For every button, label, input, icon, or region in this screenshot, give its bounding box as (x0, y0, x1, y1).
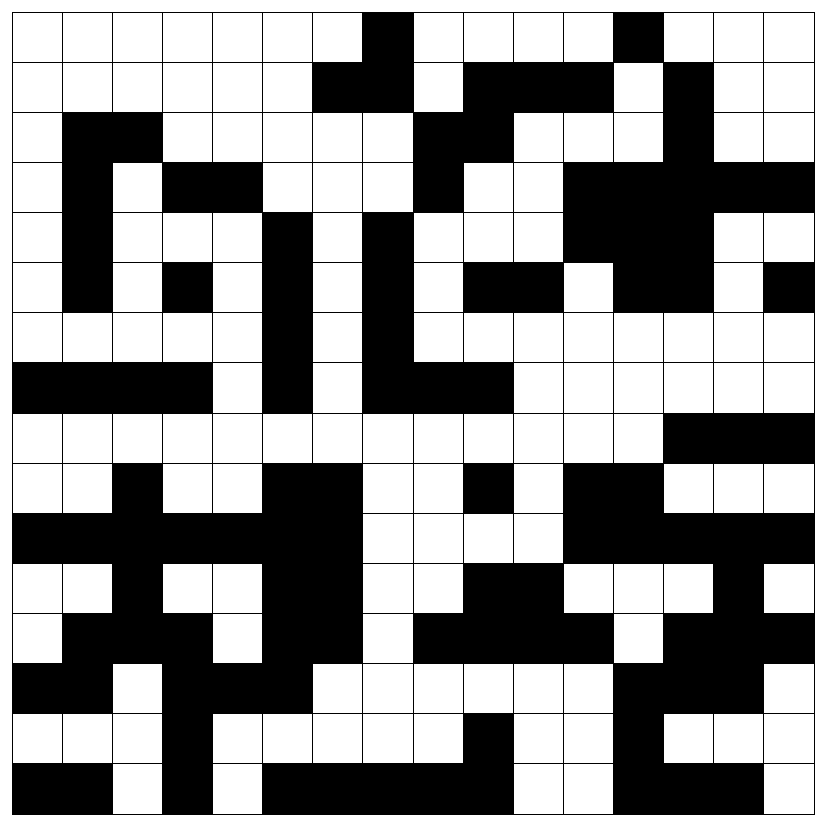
cell-r12c8-empty[interactable] (363, 564, 413, 614)
cell-r6c9-empty[interactable] (414, 263, 464, 313)
cell-r10c1-empty[interactable] (13, 464, 63, 514)
cell-r8c11-empty[interactable] (514, 363, 564, 413)
cell-r8c6-filled[interactable] (263, 363, 313, 413)
cell-r1c5-empty[interactable] (213, 13, 263, 63)
cell-r11c9-empty[interactable] (414, 514, 464, 564)
cell-r4c7-empty[interactable] (313, 163, 363, 213)
cell-r8c2-filled[interactable] (63, 363, 113, 413)
cell-r12c13-empty[interactable] (614, 564, 664, 614)
cell-r11c10-empty[interactable] (464, 514, 514, 564)
cell-r16c12-empty[interactable] (564, 764, 614, 814)
cell-r1c13-filled[interactable] (614, 13, 664, 63)
cell-r15c12-empty[interactable] (564, 714, 614, 764)
cell-r4c2-filled[interactable] (63, 163, 113, 213)
cell-r12c4-empty[interactable] (163, 564, 213, 614)
cell-r14c10-empty[interactable] (464, 664, 514, 714)
cell-r11c13-filled[interactable] (614, 514, 664, 564)
cell-r8c12-empty[interactable] (564, 363, 614, 413)
cell-r15c2-empty[interactable] (63, 714, 113, 764)
cell-r7c5-empty[interactable] (213, 313, 263, 363)
cell-r6c8-filled[interactable] (363, 263, 413, 313)
cell-r5c15-empty[interactable] (714, 213, 764, 263)
cell-r9c15-filled[interactable] (714, 414, 764, 464)
cell-r7c3-empty[interactable] (113, 313, 163, 363)
cell-r11c12-filled[interactable] (564, 514, 614, 564)
cell-r7c9-empty[interactable] (414, 313, 464, 363)
cell-r8c3-filled[interactable] (113, 363, 163, 413)
cell-r1c6-empty[interactable] (263, 13, 313, 63)
cell-r4c8-empty[interactable] (363, 163, 413, 213)
cell-r8c16-empty[interactable] (764, 363, 814, 413)
cell-r3c1-empty[interactable] (13, 113, 63, 163)
cell-r3c5-empty[interactable] (213, 113, 263, 163)
cell-r2c7-filled[interactable] (313, 63, 363, 113)
cell-r4c11-empty[interactable] (514, 163, 564, 213)
cell-r4c14-filled[interactable] (664, 163, 714, 213)
cell-r6c14-filled[interactable] (664, 263, 714, 313)
cell-r5c6-filled[interactable] (263, 213, 313, 263)
cell-r10c3-filled[interactable] (113, 464, 163, 514)
cell-r6c3-empty[interactable] (113, 263, 163, 313)
cell-r12c10-filled[interactable] (464, 564, 514, 614)
cell-r7c6-filled[interactable] (263, 313, 313, 363)
cell-r16c6-filled[interactable] (263, 764, 313, 814)
cell-r16c8-filled[interactable] (363, 764, 413, 814)
cell-r1c7-empty[interactable] (313, 13, 363, 63)
cell-r15c7-empty[interactable] (313, 714, 363, 764)
cell-r15c9-empty[interactable] (414, 714, 464, 764)
cell-r2c16-empty[interactable] (764, 63, 814, 113)
cell-r5c12-filled[interactable] (564, 213, 614, 263)
cell-r14c16-empty[interactable] (764, 664, 814, 714)
cell-r3c10-filled[interactable] (464, 113, 514, 163)
cell-r1c15-empty[interactable] (714, 13, 764, 63)
cell-r14c3-empty[interactable] (113, 664, 163, 714)
cell-r13c8-empty[interactable] (363, 614, 413, 664)
cell-r5c4-empty[interactable] (163, 213, 213, 263)
cell-r9c8-empty[interactable] (363, 414, 413, 464)
cell-r12c6-filled[interactable] (263, 564, 313, 614)
cell-r10c5-empty[interactable] (213, 464, 263, 514)
cell-r9c6-empty[interactable] (263, 414, 313, 464)
cell-r5c3-empty[interactable] (113, 213, 163, 263)
cell-r7c2-empty[interactable] (63, 313, 113, 363)
cell-r14c4-filled[interactable] (163, 664, 213, 714)
cell-r16c3-empty[interactable] (113, 764, 163, 814)
cell-r14c6-filled[interactable] (263, 664, 313, 714)
cell-r9c4-empty[interactable] (163, 414, 213, 464)
cell-r5c7-empty[interactable] (313, 213, 363, 263)
cell-r2c11-filled[interactable] (514, 63, 564, 113)
cell-r14c13-filled[interactable] (614, 664, 664, 714)
cell-r15c4-filled[interactable] (163, 714, 213, 764)
cell-r6c12-empty[interactable] (564, 263, 614, 313)
cell-r11c5-filled[interactable] (213, 514, 263, 564)
cell-r15c15-empty[interactable] (714, 714, 764, 764)
cell-r12c2-empty[interactable] (63, 564, 113, 614)
cell-r2c13-empty[interactable] (614, 63, 664, 113)
cell-r15c3-empty[interactable] (113, 714, 163, 764)
cell-r2c5-empty[interactable] (213, 63, 263, 113)
cell-r16c15-filled[interactable] (714, 764, 764, 814)
cell-r2c10-filled[interactable] (464, 63, 514, 113)
cell-r9c3-empty[interactable] (113, 414, 163, 464)
cell-r8c8-filled[interactable] (363, 363, 413, 413)
cell-r15c16-empty[interactable] (764, 714, 814, 764)
cell-r14c1-filled[interactable] (13, 664, 63, 714)
cell-r5c8-filled[interactable] (363, 213, 413, 263)
cell-r3c6-empty[interactable] (263, 113, 313, 163)
cell-r5c2-filled[interactable] (63, 213, 113, 263)
cell-r6c6-filled[interactable] (263, 263, 313, 313)
cell-r5c11-empty[interactable] (514, 213, 564, 263)
cell-r13c10-filled[interactable] (464, 614, 514, 664)
cell-r10c10-filled[interactable] (464, 464, 514, 514)
cell-r4c10-empty[interactable] (464, 163, 514, 213)
cell-r4c4-filled[interactable] (163, 163, 213, 213)
cell-r10c7-filled[interactable] (313, 464, 363, 514)
cell-r11c6-filled[interactable] (263, 514, 313, 564)
cell-r1c1-empty[interactable] (13, 13, 63, 63)
cell-r13c2-filled[interactable] (63, 614, 113, 664)
cell-r16c11-empty[interactable] (514, 764, 564, 814)
cell-r13c14-filled[interactable] (664, 614, 714, 664)
cell-r2c9-empty[interactable] (414, 63, 464, 113)
cell-r4c13-filled[interactable] (614, 163, 664, 213)
cell-r9c9-empty[interactable] (414, 414, 464, 464)
cell-r1c2-empty[interactable] (63, 13, 113, 63)
cell-r13c6-filled[interactable] (263, 614, 313, 664)
cell-r2c2-empty[interactable] (63, 63, 113, 113)
cell-r13c12-filled[interactable] (564, 614, 614, 664)
cell-r9c12-empty[interactable] (564, 414, 614, 464)
puzzle-grid (12, 12, 815, 815)
cell-r15c14-empty[interactable] (664, 714, 714, 764)
cell-r16c4-filled[interactable] (163, 764, 213, 814)
cell-r1c10-empty[interactable] (464, 13, 514, 63)
cell-r8c4-filled[interactable] (163, 363, 213, 413)
cell-r4c15-filled[interactable] (714, 163, 764, 213)
cell-r12c15-filled[interactable] (714, 564, 764, 614)
cell-r16c1-filled[interactable] (13, 764, 63, 814)
cell-r3c9-filled[interactable] (414, 113, 464, 163)
cell-r9c2-empty[interactable] (63, 414, 113, 464)
cell-r6c7-empty[interactable] (313, 263, 363, 313)
cell-r8c5-empty[interactable] (213, 363, 263, 413)
cell-r9c5-empty[interactable] (213, 414, 263, 464)
cell-r7c14-empty[interactable] (664, 313, 714, 363)
cell-r4c1-empty[interactable] (13, 163, 63, 213)
cell-r12c7-filled[interactable] (313, 564, 363, 614)
cell-r8c13-empty[interactable] (614, 363, 664, 413)
cell-r9c1-empty[interactable] (13, 414, 63, 464)
cell-r11c11-empty[interactable] (514, 514, 564, 564)
cell-r10c8-empty[interactable] (363, 464, 413, 514)
cell-r14c14-filled[interactable] (664, 664, 714, 714)
cell-r4c12-filled[interactable] (564, 163, 614, 213)
cell-r2c6-empty[interactable] (263, 63, 313, 113)
cell-r9c13-empty[interactable] (614, 414, 664, 464)
cell-r6c10-filled[interactable] (464, 263, 514, 313)
cell-r7c8-filled[interactable] (363, 313, 413, 363)
cell-r10c13-filled[interactable] (614, 464, 664, 514)
cell-r10c4-empty[interactable] (163, 464, 213, 514)
cell-r8c15-empty[interactable] (714, 363, 764, 413)
cell-r15c10-filled[interactable] (464, 714, 514, 764)
cell-r13c5-empty[interactable] (213, 614, 263, 664)
cell-r3c11-empty[interactable] (514, 113, 564, 163)
cell-r7c11-empty[interactable] (514, 313, 564, 363)
cell-r8c14-empty[interactable] (664, 363, 714, 413)
cell-r4c6-empty[interactable] (263, 163, 313, 213)
cell-r5c13-filled[interactable] (614, 213, 664, 263)
cell-r7c16-empty[interactable] (764, 313, 814, 363)
cell-r16c5-empty[interactable] (213, 764, 263, 814)
cell-r9c11-empty[interactable] (514, 414, 564, 464)
cell-r15c5-empty[interactable] (213, 714, 263, 764)
cell-r13c15-filled[interactable] (714, 614, 764, 664)
cell-r11c14-filled[interactable] (664, 514, 714, 564)
cell-r16c13-filled[interactable] (614, 764, 664, 814)
cell-r5c1-empty[interactable] (13, 213, 63, 263)
cell-r5c5-empty[interactable] (213, 213, 263, 263)
cell-r5c14-filled[interactable] (664, 213, 714, 263)
cell-r6c5-empty[interactable] (213, 263, 263, 313)
cell-r3c12-empty[interactable] (564, 113, 614, 163)
cell-r7c7-empty[interactable] (313, 313, 363, 363)
cell-r10c11-empty[interactable] (514, 464, 564, 514)
cell-r14c11-empty[interactable] (514, 664, 564, 714)
cell-r12c11-filled[interactable] (514, 564, 564, 614)
cell-r10c14-empty[interactable] (664, 464, 714, 514)
cell-r12c12-empty[interactable] (564, 564, 614, 614)
cell-r11c4-filled[interactable] (163, 514, 213, 564)
cell-r14c2-filled[interactable] (63, 664, 113, 714)
cell-r4c5-filled[interactable] (213, 163, 263, 213)
cell-r15c11-empty[interactable] (514, 714, 564, 764)
cell-r7c12-empty[interactable] (564, 313, 614, 363)
cell-r11c7-filled[interactable] (313, 514, 363, 564)
cell-r7c10-empty[interactable] (464, 313, 514, 363)
cell-r1c3-empty[interactable] (113, 13, 163, 63)
cell-r4c3-empty[interactable] (113, 163, 163, 213)
cell-r10c12-filled[interactable] (564, 464, 614, 514)
cell-r8c7-empty[interactable] (313, 363, 363, 413)
cell-r7c1-empty[interactable] (13, 313, 63, 363)
cell-r8c1-filled[interactable] (13, 363, 63, 413)
cell-r12c3-filled[interactable] (113, 564, 163, 614)
cell-r14c12-empty[interactable] (564, 664, 614, 714)
cell-r9c14-filled[interactable] (664, 414, 714, 464)
cell-r9c7-empty[interactable] (313, 414, 363, 464)
cell-r1c14-empty[interactable] (664, 13, 714, 63)
cell-r5c9-empty[interactable] (414, 213, 464, 263)
cell-r14c8-empty[interactable] (363, 664, 413, 714)
cell-r16c10-filled[interactable] (464, 764, 514, 814)
cell-r15c1-empty[interactable] (13, 714, 63, 764)
cell-r10c15-empty[interactable] (714, 464, 764, 514)
cell-r3c14-filled[interactable] (664, 113, 714, 163)
cell-r2c14-filled[interactable] (664, 63, 714, 113)
cell-r8c9-filled[interactable] (414, 363, 464, 413)
cell-r9c10-empty[interactable] (464, 414, 514, 464)
cell-r13c7-filled[interactable] (313, 614, 363, 664)
cell-r5c16-empty[interactable] (764, 213, 814, 263)
cell-r13c4-filled[interactable] (163, 614, 213, 664)
cell-r4c16-filled[interactable] (764, 163, 814, 213)
cell-r10c6-filled[interactable] (263, 464, 313, 514)
cell-r6c13-filled[interactable] (614, 263, 664, 313)
cell-r3c2-filled[interactable] (63, 113, 113, 163)
cell-r2c12-filled[interactable] (564, 63, 614, 113)
cell-r10c9-empty[interactable] (414, 464, 464, 514)
cell-r13c1-empty[interactable] (13, 614, 63, 664)
cell-r13c13-empty[interactable] (614, 614, 664, 664)
cell-r4c9-filled[interactable] (414, 163, 464, 213)
cell-r15c6-empty[interactable] (263, 714, 313, 764)
cell-r14c7-empty[interactable] (313, 664, 363, 714)
cell-r5c10-empty[interactable] (464, 213, 514, 263)
cell-r3c13-empty[interactable] (614, 113, 664, 163)
cell-r14c5-filled[interactable] (213, 664, 263, 714)
cell-r3c16-empty[interactable] (764, 113, 814, 163)
cell-r12c14-empty[interactable] (664, 564, 714, 614)
cell-r11c2-filled[interactable] (63, 514, 113, 564)
cell-r11c1-filled[interactable] (13, 514, 63, 564)
cell-r6c4-filled[interactable] (163, 263, 213, 313)
cell-r16c2-filled[interactable] (63, 764, 113, 814)
cell-r11c8-empty[interactable] (363, 514, 413, 564)
cell-r16c7-filled[interactable] (313, 764, 363, 814)
cell-r13c11-filled[interactable] (514, 614, 564, 664)
cell-r6c11-filled[interactable] (514, 263, 564, 313)
cell-r12c9-empty[interactable] (414, 564, 464, 614)
puzzle-canvas (0, 0, 827, 827)
cell-r12c16-empty[interactable] (764, 564, 814, 614)
cell-r12c5-empty[interactable] (213, 564, 263, 614)
cell-r7c4-empty[interactable] (163, 313, 213, 363)
cell-r3c8-empty[interactable] (363, 113, 413, 163)
cell-r1c9-empty[interactable] (414, 13, 464, 63)
cell-r12c1-empty[interactable] (13, 564, 63, 614)
cell-r15c13-filled[interactable] (614, 714, 664, 764)
cell-r6c2-filled[interactable] (63, 263, 113, 313)
cell-r3c15-empty[interactable] (714, 113, 764, 163)
cell-r1c16-empty[interactable] (764, 13, 814, 63)
cell-r9c16-filled[interactable] (764, 414, 814, 464)
cell-r1c11-empty[interactable] (514, 13, 564, 63)
cell-r7c15-empty[interactable] (714, 313, 764, 363)
cell-r13c3-filled[interactable] (113, 614, 163, 664)
cell-r16c16-empty[interactable] (764, 764, 814, 814)
cell-r7c13-empty[interactable] (614, 313, 664, 363)
cell-r1c12-empty[interactable] (564, 13, 614, 63)
cell-r16c9-filled[interactable] (414, 764, 464, 814)
cell-r2c1-empty[interactable] (13, 63, 63, 113)
cell-r6c1-empty[interactable] (13, 263, 63, 313)
cell-r2c15-empty[interactable] (714, 63, 764, 113)
cell-r3c4-empty[interactable] (163, 113, 213, 163)
cell-r2c8-filled[interactable] (363, 63, 413, 113)
cell-r11c16-filled[interactable] (764, 514, 814, 564)
cell-r13c9-filled[interactable] (414, 614, 464, 664)
cell-r15c8-empty[interactable] (363, 714, 413, 764)
cell-r14c15-filled[interactable] (714, 664, 764, 714)
cell-r14c9-empty[interactable] (414, 664, 464, 714)
cell-r1c4-empty[interactable] (163, 13, 213, 63)
cell-r3c3-filled[interactable] (113, 113, 163, 163)
cell-r3c7-empty[interactable] (313, 113, 363, 163)
cell-r2c3-empty[interactable] (113, 63, 163, 113)
cell-r13c16-filled[interactable] (764, 614, 814, 664)
cell-r11c3-filled[interactable] (113, 514, 163, 564)
cell-r1c8-filled[interactable] (363, 13, 413, 63)
cell-r2c4-empty[interactable] (163, 63, 213, 113)
cell-r8c10-filled[interactable] (464, 363, 514, 413)
cell-r11c15-filled[interactable] (714, 514, 764, 564)
cell-r6c16-filled[interactable] (764, 263, 814, 313)
cell-r6c15-empty[interactable] (714, 263, 764, 313)
cell-r10c16-empty[interactable] (764, 464, 814, 514)
cell-r16c14-filled[interactable] (664, 764, 714, 814)
cell-r10c2-empty[interactable] (63, 464, 113, 514)
